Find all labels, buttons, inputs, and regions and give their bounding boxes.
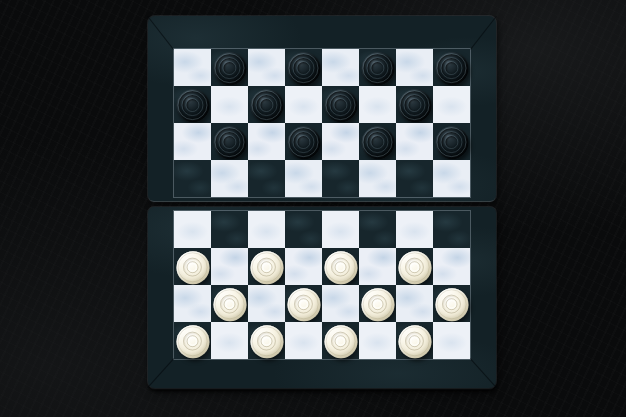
square-r7c7-light — [396, 285, 433, 322]
piece-ring — [261, 335, 273, 347]
square-r1c7-light — [396, 49, 433, 86]
white-checker-piece[interactable]: ⛀ — [176, 325, 209, 358]
black-checker-piece[interactable]: ⛂ — [435, 52, 468, 85]
square-r7c3-light — [248, 285, 285, 322]
square-r8c3-dark[interactable]: ⛀ — [248, 322, 285, 359]
square-r6c3-dark[interactable]: ⛀ — [248, 248, 285, 285]
white-checker-piece[interactable]: ⛀ — [250, 251, 283, 284]
square-r4c8-light — [433, 160, 470, 197]
square-r7c6-dark[interactable]: ⛀ — [359, 285, 396, 322]
square-r6c6-light — [359, 248, 396, 285]
white-checker-piece[interactable]: ⛀ — [250, 325, 283, 358]
playfield-top-ranks-1-4: ⛂⛂⛂⛂⛂⛂⛂⛂⛂⛂⛂⛂ — [174, 49, 470, 197]
square-r8c7-dark[interactable]: ⛀ — [396, 322, 433, 359]
piece-ring — [187, 335, 199, 347]
white-checker-piece[interactable]: ⛀ — [324, 325, 357, 358]
square-r5c3-light — [248, 211, 285, 248]
square-r3c1-light — [174, 123, 211, 160]
square-r2c4-light — [285, 86, 322, 123]
square-r2c8-light — [433, 86, 470, 123]
square-r2c6-light — [359, 86, 396, 123]
square-r2c7-dark[interactable]: ⛂ — [396, 86, 433, 123]
black-checker-piece[interactable]: ⛂ — [287, 126, 320, 159]
white-checker-piece[interactable]: ⛀ — [176, 251, 209, 284]
square-r5c4-dark[interactable] — [285, 211, 322, 248]
black-checker-piece[interactable]: ⛂ — [398, 89, 431, 122]
playfield-bottom-ranks-5-8: ⛀⛀⛀⛀⛀⛀⛀⛀⛀⛀⛀⛀ — [174, 211, 470, 359]
piece-ring — [224, 298, 236, 310]
square-r1c4-dark[interactable]: ⛂ — [285, 49, 322, 86]
square-r4c4-light — [285, 160, 322, 197]
scene-background: ⛂⛂⛂⛂⛂⛂⛂⛂⛂⛂⛂⛂ ⛀⛀⛀⛀⛀⛀⛀⛀⛀⛀⛀⛀ — [0, 0, 626, 417]
black-checker-piece[interactable]: ⛂ — [213, 126, 246, 159]
frame-miter-top-left — [147, 16, 174, 50]
square-r2c5-dark[interactable]: ⛂ — [322, 86, 359, 123]
square-r4c2-light — [211, 160, 248, 197]
frame-miter-top-right — [470, 16, 497, 50]
piece-ring — [187, 261, 199, 273]
square-r3c8-dark[interactable]: ⛂ — [433, 123, 470, 160]
square-r8c1-dark[interactable]: ⛀ — [174, 322, 211, 359]
square-r8c2-light — [211, 322, 248, 359]
board-bottom-half: ⛀⛀⛀⛀⛀⛀⛀⛀⛀⛀⛀⛀ — [148, 207, 496, 388]
piece-ring — [298, 298, 310, 310]
square-r3c2-dark[interactable]: ⛂ — [211, 123, 248, 160]
piece-ring — [446, 298, 458, 310]
piece-ring — [261, 261, 273, 273]
square-r8c6-light — [359, 322, 396, 359]
black-checker-piece[interactable]: ⛂ — [176, 89, 209, 122]
square-r1c1-light — [174, 49, 211, 86]
checkers-board: ⛂⛂⛂⛂⛂⛂⛂⛂⛂⛂⛂⛂ ⛀⛀⛀⛀⛀⛀⛀⛀⛀⛀⛀⛀ — [148, 16, 496, 388]
square-r6c2-light — [211, 248, 248, 285]
piece-ring — [409, 335, 421, 347]
frame-miter-bottom-left — [147, 358, 174, 388]
white-checker-piece[interactable]: ⛀ — [324, 251, 357, 284]
black-checker-piece[interactable]: ⛂ — [324, 89, 357, 122]
piece-ring — [409, 261, 421, 273]
square-r1c6-dark[interactable]: ⛂ — [359, 49, 396, 86]
square-r5c8-dark[interactable] — [433, 211, 470, 248]
square-r1c2-dark[interactable]: ⛂ — [211, 49, 248, 86]
square-r8c5-dark[interactable]: ⛀ — [322, 322, 359, 359]
piece-ring — [335, 261, 347, 273]
square-r6c8-light — [433, 248, 470, 285]
square-r4c7-dark[interactable] — [396, 160, 433, 197]
square-r8c8-light — [433, 322, 470, 359]
square-r7c5-light — [322, 285, 359, 322]
board-top-half: ⛂⛂⛂⛂⛂⛂⛂⛂⛂⛂⛂⛂ — [148, 16, 496, 201]
square-r1c3-light — [248, 49, 285, 86]
square-r7c2-dark[interactable]: ⛀ — [211, 285, 248, 322]
black-checker-piece[interactable]: ⛂ — [250, 89, 283, 122]
square-r5c6-dark[interactable] — [359, 211, 396, 248]
square-r6c5-dark[interactable]: ⛀ — [322, 248, 359, 285]
white-checker-piece[interactable]: ⛀ — [398, 251, 431, 284]
black-checker-piece[interactable]: ⛂ — [213, 52, 246, 85]
black-checker-piece[interactable]: ⛂ — [287, 52, 320, 85]
square-r1c5-light — [322, 49, 359, 86]
square-r1c8-dark[interactable]: ⛂ — [433, 49, 470, 86]
white-checker-piece[interactable]: ⛀ — [361, 288, 394, 321]
frame-miter-bottom-right — [470, 358, 497, 388]
square-r3c3-light — [248, 123, 285, 160]
white-checker-piece[interactable]: ⛀ — [398, 325, 431, 358]
square-r3c7-light — [396, 123, 433, 160]
white-checker-piece[interactable]: ⛀ — [213, 288, 246, 321]
square-r6c7-dark[interactable]: ⛀ — [396, 248, 433, 285]
square-r5c5-light — [322, 211, 359, 248]
square-r4c6-light — [359, 160, 396, 197]
square-r7c8-dark[interactable]: ⛀ — [433, 285, 470, 322]
square-r3c4-dark[interactable]: ⛂ — [285, 123, 322, 160]
square-r5c7-light — [396, 211, 433, 248]
white-checker-piece[interactable]: ⛀ — [435, 288, 468, 321]
square-r7c1-light — [174, 285, 211, 322]
square-r3c5-light — [322, 123, 359, 160]
piece-ring — [335, 335, 347, 347]
square-r8c4-light — [285, 322, 322, 359]
square-r7c4-dark[interactable]: ⛀ — [285, 285, 322, 322]
square-r6c1-dark[interactable]: ⛀ — [174, 248, 211, 285]
square-r4c1-dark[interactable] — [174, 160, 211, 197]
piece-ring — [372, 298, 384, 310]
black-checker-piece[interactable]: ⛂ — [361, 126, 394, 159]
black-checker-piece[interactable]: ⛂ — [435, 126, 468, 159]
square-r5c2-dark[interactable] — [211, 211, 248, 248]
black-checker-piece[interactable]: ⛂ — [361, 52, 394, 85]
square-r2c2-light — [211, 86, 248, 123]
square-r2c1-dark[interactable]: ⛂ — [174, 86, 211, 123]
square-r4c3-dark[interactable] — [248, 160, 285, 197]
square-r3c6-dark[interactable]: ⛂ — [359, 123, 396, 160]
square-r6c4-light — [285, 248, 322, 285]
square-r5c1-light — [174, 211, 211, 248]
square-r2c3-dark[interactable]: ⛂ — [248, 86, 285, 123]
square-r4c5-dark[interactable] — [322, 160, 359, 197]
white-checker-piece[interactable]: ⛀ — [287, 288, 320, 321]
